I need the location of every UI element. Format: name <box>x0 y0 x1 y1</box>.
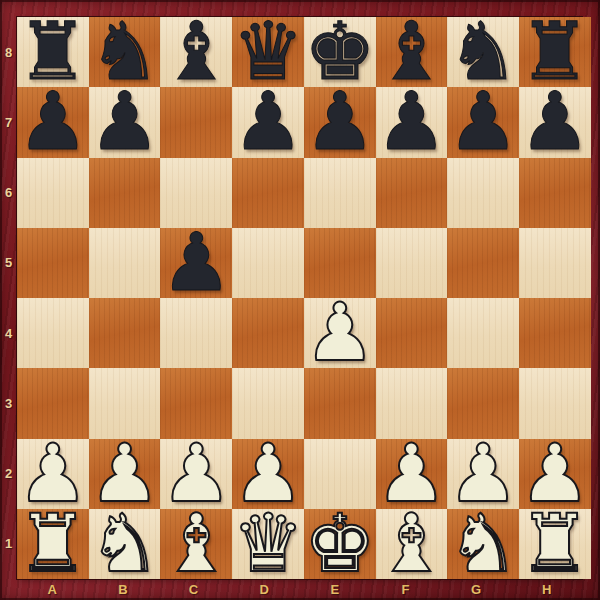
square-e7[interactable]: ♟ <box>304 87 376 157</box>
square-b7[interactable]: ♟ <box>89 87 161 157</box>
black-bishop[interactable]: ♝ <box>160 17 232 87</box>
black-pawn[interactable]: ♟ <box>160 228 232 298</box>
square-a5[interactable] <box>17 228 89 298</box>
square-d4[interactable] <box>232 298 304 368</box>
rank-label-6: 6 <box>0 158 17 228</box>
black-pawn[interactable]: ♟ <box>304 87 376 157</box>
square-e6[interactable] <box>304 158 376 228</box>
square-c7[interactable] <box>160 87 232 157</box>
square-c5[interactable]: ♟ <box>160 228 232 298</box>
board-squares: ♜♞♝♛♚♝♞♜♟♟♟♟♟♟♟♟♟♟♟♟♟♟♟♟♜♞♝♛♚♝♞♜ <box>17 17 582 579</box>
white-bishop[interactable]: ♝ <box>376 509 448 579</box>
square-g7[interactable]: ♟ <box>447 87 519 157</box>
square-f6[interactable] <box>376 158 448 228</box>
square-d7[interactable]: ♟ <box>232 87 304 157</box>
square-b6[interactable] <box>89 158 161 228</box>
square-h7[interactable]: ♟ <box>519 87 591 157</box>
white-knight[interactable]: ♞ <box>447 509 519 579</box>
chess-board: 87654321 ABCDEFGH ♜♞♝♛♚♝♞♜♟♟♟♟♟♟♟♟♟♟♟♟♟♟… <box>0 0 600 600</box>
white-king[interactable]: ♚ <box>304 509 376 579</box>
rank-label-2: 2 <box>0 439 17 509</box>
black-pawn[interactable]: ♟ <box>376 87 448 157</box>
square-g6[interactable] <box>447 158 519 228</box>
square-e3[interactable] <box>304 368 376 438</box>
rank-label-1: 1 <box>0 509 17 579</box>
white-queen[interactable]: ♛ <box>232 509 304 579</box>
square-h1[interactable]: ♜ <box>519 509 591 579</box>
square-g1[interactable]: ♞ <box>447 509 519 579</box>
square-b4[interactable] <box>89 298 161 368</box>
square-h6[interactable] <box>519 158 591 228</box>
square-b5[interactable] <box>89 228 161 298</box>
square-f7[interactable]: ♟ <box>376 87 448 157</box>
white-bishop[interactable]: ♝ <box>160 509 232 579</box>
square-c1[interactable]: ♝ <box>160 509 232 579</box>
white-pawn[interactable]: ♟ <box>304 298 376 368</box>
square-g4[interactable] <box>447 298 519 368</box>
square-f5[interactable] <box>376 228 448 298</box>
square-a4[interactable] <box>17 298 89 368</box>
square-c8[interactable]: ♝ <box>160 17 232 87</box>
black-pawn[interactable]: ♟ <box>232 87 304 157</box>
black-pawn[interactable]: ♟ <box>89 87 161 157</box>
black-pawn[interactable]: ♟ <box>447 87 519 157</box>
square-h4[interactable] <box>519 298 591 368</box>
black-pawn[interactable]: ♟ <box>17 87 89 157</box>
black-pawn[interactable]: ♟ <box>519 87 591 157</box>
square-e1[interactable]: ♚ <box>304 509 376 579</box>
square-f4[interactable] <box>376 298 448 368</box>
white-rook[interactable]: ♜ <box>519 509 591 579</box>
rank-labels: 87654321 <box>0 17 17 579</box>
square-g5[interactable] <box>447 228 519 298</box>
square-b1[interactable]: ♞ <box>89 509 161 579</box>
white-knight[interactable]: ♞ <box>89 509 161 579</box>
square-d1[interactable]: ♛ <box>232 509 304 579</box>
square-d5[interactable] <box>232 228 304 298</box>
rank-label-4: 4 <box>0 298 17 368</box>
white-rook[interactable]: ♜ <box>17 509 89 579</box>
square-a7[interactable]: ♟ <box>17 87 89 157</box>
square-h5[interactable] <box>519 228 591 298</box>
square-f1[interactable]: ♝ <box>376 509 448 579</box>
square-c4[interactable] <box>160 298 232 368</box>
square-e4[interactable]: ♟ <box>304 298 376 368</box>
square-d6[interactable] <box>232 158 304 228</box>
square-a1[interactable]: ♜ <box>17 509 89 579</box>
rank-label-3: 3 <box>0 368 17 438</box>
square-a6[interactable] <box>17 158 89 228</box>
rank-label-5: 5 <box>0 228 17 298</box>
rank-label-7: 7 <box>0 87 17 157</box>
rank-label-8: 8 <box>0 17 17 87</box>
